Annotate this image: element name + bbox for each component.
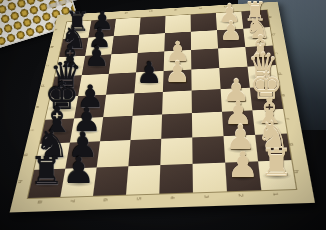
coordinate-label: 3 xyxy=(198,7,202,9)
square-c2 xyxy=(218,47,247,68)
coordinate-label: 2 xyxy=(238,194,244,197)
square-a4 xyxy=(165,15,191,34)
square-a3 xyxy=(191,13,217,32)
piece-black-rook-h8: ♜ xyxy=(30,152,64,190)
square-g5 xyxy=(128,139,161,167)
square-e5 xyxy=(133,92,163,116)
square-e3 xyxy=(192,89,222,113)
square-a5 xyxy=(139,16,165,35)
coordinate-label: a xyxy=(54,29,59,31)
square-f6 xyxy=(100,116,132,142)
square-b6 xyxy=(111,35,139,55)
piece-white-rook-h1: ♜ xyxy=(260,144,294,182)
piece-black-pawn-c7: ♟ xyxy=(84,43,109,71)
square-h4 xyxy=(159,164,193,194)
coordinate-label: 6 xyxy=(102,198,108,201)
coordinate-label: 3 xyxy=(203,195,209,198)
square-h6 xyxy=(93,166,128,196)
coordinate-label: 5 xyxy=(148,10,152,12)
square-e6 xyxy=(103,93,134,117)
square-g3 xyxy=(192,136,225,164)
coordinate-label: 5 xyxy=(136,197,142,200)
coordinate-label: 4 xyxy=(173,9,177,11)
square-c3 xyxy=(191,48,219,69)
piece-white-pawn-h2: ♟ xyxy=(227,147,259,183)
square-a6 xyxy=(114,18,141,37)
square-h5 xyxy=(126,165,160,195)
coordinate-label: 6 xyxy=(124,12,128,14)
square-g6 xyxy=(97,140,131,167)
square-f3 xyxy=(192,112,224,138)
coordinate-label: h xyxy=(293,170,299,173)
square-b5 xyxy=(138,33,165,53)
square-f4 xyxy=(161,113,192,139)
square-d6 xyxy=(106,72,136,94)
piece-black-pawn-d5: ♟ xyxy=(136,59,162,88)
coordinate-label: f xyxy=(29,129,34,131)
coordinate-label: g xyxy=(23,153,29,156)
piece-black-pawn-h7: ♟ xyxy=(63,153,95,189)
coordinate-label: c xyxy=(45,65,50,67)
piece-white-pawn-d4: ♟ xyxy=(164,58,190,87)
square-e4 xyxy=(162,91,192,115)
square-c6 xyxy=(109,53,138,74)
square-d3 xyxy=(191,68,220,90)
chess-photo-scene: 8877665544332211aabbccddeeffgghh ♜♟♟♜♞♟♟… xyxy=(0,0,326,230)
coordinate-label: h xyxy=(17,180,23,183)
coordinate-label: b xyxy=(50,46,55,48)
coordinate-label: 7 xyxy=(69,199,75,202)
coordinate-label: 1 xyxy=(272,193,278,196)
square-f5 xyxy=(131,114,163,140)
square-g4 xyxy=(160,137,192,165)
square-b3 xyxy=(191,30,218,50)
piece-white-pawn-b2: ♟ xyxy=(219,18,242,44)
coordinate-label: 8 xyxy=(37,200,43,203)
coordinate-label: e xyxy=(35,106,40,108)
coordinate-label: 4 xyxy=(169,196,175,199)
square-h3 xyxy=(193,163,227,193)
